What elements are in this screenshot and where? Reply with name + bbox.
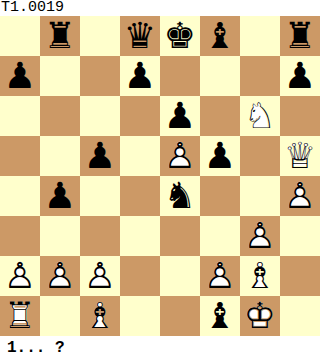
square-d7[interactable]: ♟ (120, 56, 160, 96)
square-a2[interactable]: ♟♙ (0, 256, 40, 296)
square-d5[interactable] (120, 136, 160, 176)
square-g1[interactable]: ♚♔ (240, 296, 280, 336)
white-king: ♚♔ (240, 296, 280, 336)
black-pawn: ♟ (200, 136, 240, 176)
black-king: ♚ (160, 16, 200, 56)
square-e6[interactable]: ♟ (160, 96, 200, 136)
square-f2[interactable]: ♟♙ (200, 256, 240, 296)
black-rook: ♜ (40, 16, 80, 56)
square-a1[interactable]: ♜♖ (0, 296, 40, 336)
square-h5[interactable]: ♛♕ (280, 136, 320, 176)
black-pawn: ♟ (80, 136, 120, 176)
square-h3[interactable] (280, 216, 320, 256)
white-pawn: ♟♙ (160, 136, 200, 176)
white-pawn-glyph-outline: ♙ (160, 136, 200, 176)
square-e5[interactable]: ♟♙ (160, 136, 200, 176)
square-b3[interactable] (40, 216, 80, 256)
square-g2[interactable]: ♝♗ (240, 256, 280, 296)
puzzle-id: T1.0019 (0, 0, 320, 16)
square-a6[interactable] (0, 96, 40, 136)
square-e8[interactable]: ♚ (160, 16, 200, 56)
black-pawn: ♟ (40, 176, 80, 216)
white-pawn-glyph-outline: ♙ (280, 176, 320, 216)
white-queen-glyph-outline: ♕ (280, 136, 320, 176)
black-queen: ♛ (120, 16, 160, 56)
black-pawn: ♟ (160, 96, 200, 136)
square-c7[interactable] (80, 56, 120, 96)
square-f6[interactable] (200, 96, 240, 136)
white-pawn: ♟♙ (80, 256, 120, 296)
square-b7[interactable] (40, 56, 80, 96)
chess-board: ♜♛♚♝♜♟♟♟♟♞♘♟♟♙♟♛♕♟♞♟♙♟♙♟♙♟♙♟♙♟♙♝♗♜♖♝♗♝♚♔ (0, 16, 320, 336)
square-h1[interactable] (280, 296, 320, 336)
white-bishop: ♝♗ (80, 296, 120, 336)
square-e4[interactable]: ♞ (160, 176, 200, 216)
square-d8[interactable]: ♛ (120, 16, 160, 56)
square-h6[interactable] (280, 96, 320, 136)
black-pawn: ♟ (280, 56, 320, 96)
square-e7[interactable] (160, 56, 200, 96)
white-pawn: ♟♙ (0, 256, 40, 296)
square-h4[interactable]: ♟♙ (280, 176, 320, 216)
square-c1[interactable]: ♝♗ (80, 296, 120, 336)
white-king-glyph-outline: ♔ (240, 296, 280, 336)
square-h8[interactable]: ♜ (280, 16, 320, 56)
white-rook-glyph-outline: ♖ (0, 296, 40, 336)
square-b5[interactable] (40, 136, 80, 176)
square-f3[interactable] (200, 216, 240, 256)
white-queen: ♛♕ (280, 136, 320, 176)
square-g8[interactable] (240, 16, 280, 56)
white-bishop: ♝♗ (240, 256, 280, 296)
square-h2[interactable] (280, 256, 320, 296)
square-g3[interactable]: ♟♙ (240, 216, 280, 256)
white-knight: ♞♘ (240, 96, 280, 136)
white-bishop-glyph-outline: ♗ (80, 296, 120, 336)
square-e1[interactable] (160, 296, 200, 336)
square-b8[interactable]: ♜ (40, 16, 80, 56)
square-h7[interactable]: ♟ (280, 56, 320, 96)
square-d2[interactable] (120, 256, 160, 296)
square-f7[interactable] (200, 56, 240, 96)
square-d4[interactable] (120, 176, 160, 216)
square-c5[interactable]: ♟ (80, 136, 120, 176)
move-prompt: 1... ? (0, 336, 320, 360)
white-pawn: ♟♙ (280, 176, 320, 216)
black-pawn: ♟ (120, 56, 160, 96)
square-e3[interactable] (160, 216, 200, 256)
white-rook: ♜♖ (0, 296, 40, 336)
square-f4[interactable] (200, 176, 240, 216)
white-pawn-glyph-outline: ♙ (240, 216, 280, 256)
white-pawn: ♟♙ (40, 256, 80, 296)
square-b1[interactable] (40, 296, 80, 336)
square-a7[interactable]: ♟ (0, 56, 40, 96)
square-f8[interactable]: ♝ (200, 16, 240, 56)
white-bishop-glyph-outline: ♗ (240, 256, 280, 296)
square-a4[interactable] (0, 176, 40, 216)
square-a8[interactable] (0, 16, 40, 56)
square-d3[interactable] (120, 216, 160, 256)
square-c4[interactable] (80, 176, 120, 216)
square-c6[interactable] (80, 96, 120, 136)
black-bishop: ♝ (200, 296, 240, 336)
black-pawn: ♟ (0, 56, 40, 96)
square-a5[interactable] (0, 136, 40, 176)
black-rook: ♜ (280, 16, 320, 56)
square-b4[interactable]: ♟ (40, 176, 80, 216)
square-f5[interactable]: ♟ (200, 136, 240, 176)
square-g5[interactable] (240, 136, 280, 176)
square-e2[interactable] (160, 256, 200, 296)
square-c2[interactable]: ♟♙ (80, 256, 120, 296)
square-c3[interactable] (80, 216, 120, 256)
white-pawn-glyph-outline: ♙ (40, 256, 80, 296)
square-g4[interactable] (240, 176, 280, 216)
black-bishop: ♝ (200, 16, 240, 56)
black-knight: ♞ (160, 176, 200, 216)
white-knight-glyph-outline: ♘ (240, 96, 280, 136)
white-pawn-glyph-outline: ♙ (0, 256, 40, 296)
square-a3[interactable] (0, 216, 40, 256)
white-pawn: ♟♙ (200, 256, 240, 296)
square-d6[interactable] (120, 96, 160, 136)
square-b2[interactable]: ♟♙ (40, 256, 80, 296)
square-g6[interactable]: ♞♘ (240, 96, 280, 136)
square-d1[interactable] (120, 296, 160, 336)
square-b6[interactable] (40, 96, 80, 136)
white-pawn-glyph-outline: ♙ (80, 256, 120, 296)
square-f1[interactable]: ♝ (200, 296, 240, 336)
white-pawn: ♟♙ (240, 216, 280, 256)
square-c8[interactable] (80, 16, 120, 56)
square-g7[interactable] (240, 56, 280, 96)
white-pawn-glyph-outline: ♙ (200, 256, 240, 296)
